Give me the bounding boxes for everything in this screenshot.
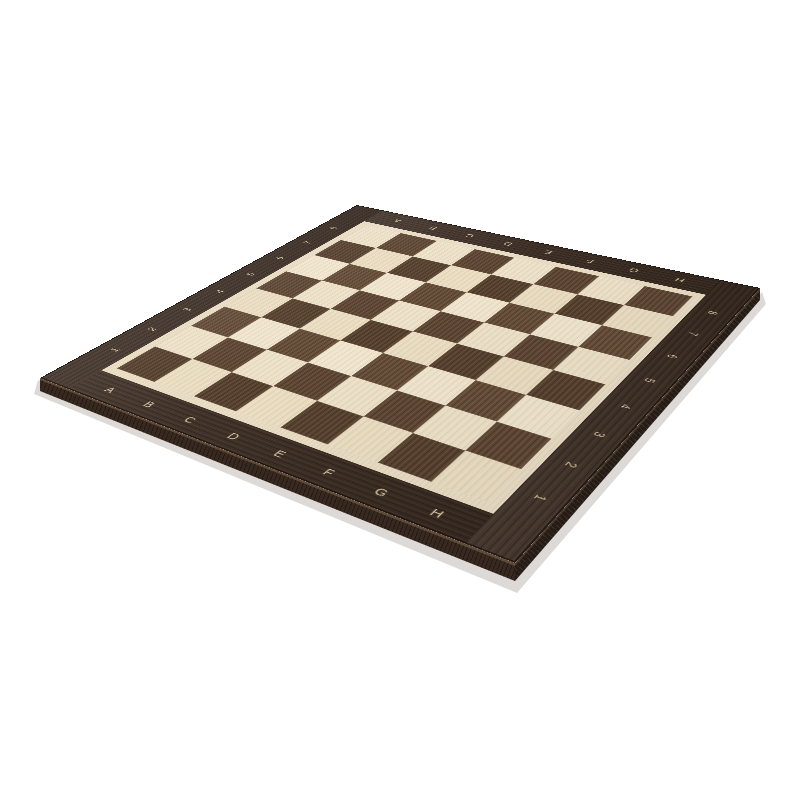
board-photo: AA11BB22CC33DD44EE55FF66GG77HH88 xyxy=(0,0,800,800)
chessboard: AA11BB22CC33DD44EE55FF66GG77HH88 xyxy=(40,205,760,563)
